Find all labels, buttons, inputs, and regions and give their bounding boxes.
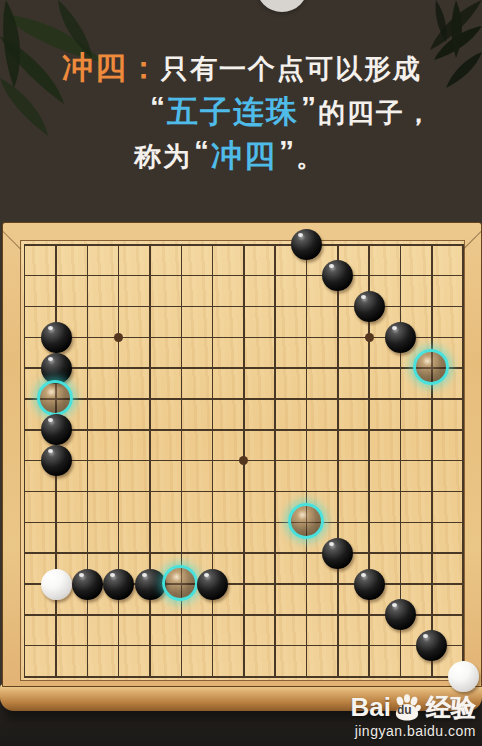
stone-black <box>41 445 72 476</box>
logo-du-text: du <box>397 703 412 717</box>
close-quote-2: ” <box>277 134 296 167</box>
stone-white <box>41 569 72 600</box>
stone-black <box>385 322 416 353</box>
title-line-1: 冲四：只有一个点可以形成 <box>0 46 482 90</box>
stone-black <box>354 291 385 322</box>
stone-black <box>103 569 134 600</box>
baidu-paw-icon: du <box>392 692 422 722</box>
title-line3-prefix: 称为 <box>134 142 192 172</box>
baidu-jingyan-logo: Bai du 经验 <box>351 692 476 722</box>
open-quote: “ <box>148 90 167 123</box>
frame-miter-top-right <box>463 230 482 249</box>
open-quote-2: “ <box>192 134 211 167</box>
baidu-watermark: Bai du 经验 jingyan.baidu.com <box>351 692 476 739</box>
logo-jingyan-text: 经验 <box>426 691 476 724</box>
stone-black <box>354 569 385 600</box>
title-line2-text: 的四子， <box>318 98 434 128</box>
stone-black <box>197 569 228 600</box>
stone-black <box>322 538 353 569</box>
star-point <box>365 333 374 342</box>
gomoku-board <box>2 222 482 687</box>
moon-circle <box>256 0 308 12</box>
stone-black <box>41 414 72 445</box>
keyword-rush-four: 冲四 <box>211 138 277 173</box>
frame-miter-top-left <box>2 230 21 249</box>
highlight-point-stone <box>288 503 324 539</box>
logo-bai-text: Bai <box>351 692 391 723</box>
title-line-3: 称为“冲四”。 <box>0 134 482 178</box>
close-quote: ” <box>299 90 318 123</box>
term-label: 冲四： <box>62 50 161 85</box>
stone-black <box>41 353 72 384</box>
lesson-title: 冲四：只有一个点可以形成 “五子连珠”的四子， 称为“冲四”。 <box>0 46 482 178</box>
stone-white <box>448 661 479 692</box>
highlight-point-stone <box>413 349 449 385</box>
site-url: jingyan.baidu.com <box>351 723 476 739</box>
title-line-2: “五子连珠”的四子， <box>0 90 482 134</box>
stone-black <box>72 569 103 600</box>
star-point <box>114 333 123 342</box>
keyword-five-in-a-row: 五子连珠 <box>167 94 299 129</box>
highlight-point-stone <box>37 380 73 416</box>
title-line3-period: 。 <box>296 142 325 172</box>
title-line1-text: 只有一个点可以形成 <box>161 54 422 84</box>
stone-black <box>41 322 72 353</box>
stone-black <box>135 569 166 600</box>
